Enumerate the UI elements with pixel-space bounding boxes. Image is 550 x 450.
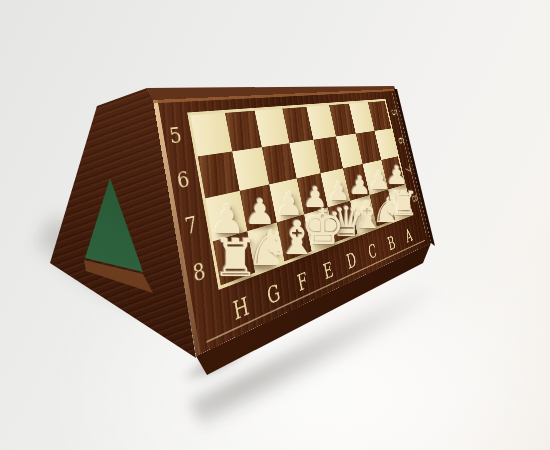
pieces-layer: ♜♞♝♚♛♝♞♜♟♟♟♟♟♟♟♟: [0, 0, 550, 450]
piece-white-r-h8: ♜: [212, 233, 259, 285]
photo-scene: 56785678HGFEDCBA ♜♞♝♚♛♝♞♜♟♟♟♟♟♟♟♟: [0, 0, 550, 450]
